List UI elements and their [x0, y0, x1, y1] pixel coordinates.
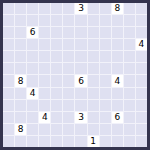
cell-r2c10[interactable] [124, 27, 135, 38]
cell-r1c1[interactable] [15, 15, 26, 26]
clue-cell-r0c9: 8 [112, 3, 123, 14]
cell-r0c3[interactable] [39, 3, 50, 14]
cell-r10c3[interactable] [39, 124, 50, 135]
cell-r11c4[interactable] [51, 136, 62, 147]
cell-r10c5[interactable] [63, 124, 74, 135]
puzzle-grid: 3864864443681 [3, 3, 147, 147]
cell-r7c10[interactable] [124, 88, 135, 99]
cell-r0c11[interactable] [136, 3, 147, 14]
cell-r9c2[interactable] [27, 112, 38, 123]
cell-r9c7[interactable] [88, 112, 99, 123]
clue-cell-r9c9: 6 [112, 112, 123, 123]
cell-r0c2[interactable] [27, 3, 38, 14]
cell-r1c8[interactable] [100, 15, 111, 26]
cell-r5c7[interactable] [88, 63, 99, 74]
cell-r3c0[interactable] [3, 39, 14, 50]
cell-r5c1[interactable] [15, 63, 26, 74]
cell-r10c8[interactable] [100, 124, 111, 135]
cell-r1c3[interactable] [39, 15, 50, 26]
cell-r8c1[interactable] [15, 100, 26, 111]
cell-r5c10[interactable] [124, 63, 135, 74]
cell-r11c6[interactable] [75, 136, 86, 147]
cell-r10c7[interactable] [88, 124, 99, 135]
cell-r9c1[interactable] [15, 112, 26, 123]
cell-r11c8[interactable] [100, 136, 111, 147]
cell-r11c1[interactable] [15, 136, 26, 147]
cell-r1c9[interactable] [112, 15, 123, 26]
cell-r4c2[interactable] [27, 51, 38, 62]
cell-r11c11[interactable] [136, 136, 147, 147]
cell-r9c0[interactable] [3, 112, 14, 123]
cell-r9c8[interactable] [100, 112, 111, 123]
cell-r7c11[interactable] [136, 88, 147, 99]
cell-r5c6[interactable] [75, 63, 86, 74]
cell-r8c11[interactable] [136, 100, 147, 111]
clue-cell-r7c2: 4 [27, 88, 38, 99]
cell-r8c0[interactable] [3, 100, 14, 111]
cell-r1c4[interactable] [51, 15, 62, 26]
cell-r9c4[interactable] [51, 112, 62, 123]
cell-r11c9[interactable] [112, 136, 123, 147]
clue-cell-r6c1: 8 [15, 75, 26, 86]
cell-r4c10[interactable] [124, 51, 135, 62]
cell-r4c0[interactable] [3, 51, 14, 62]
cell-r1c10[interactable] [124, 15, 135, 26]
cell-r11c3[interactable] [39, 136, 50, 147]
cell-r3c3[interactable] [39, 39, 50, 50]
cell-r0c4[interactable] [51, 3, 62, 14]
cell-r5c11[interactable] [136, 63, 147, 74]
cell-r8c7[interactable] [88, 100, 99, 111]
clue-cell-r6c6: 6 [75, 75, 86, 86]
clue-cell-r6c9: 4 [112, 75, 123, 86]
cell-r2c5[interactable] [63, 27, 74, 38]
cell-r1c5[interactable] [63, 15, 74, 26]
cell-r11c10[interactable] [124, 136, 135, 147]
clue-cell-r3c11: 4 [136, 39, 147, 50]
cell-r7c9[interactable] [112, 88, 123, 99]
cell-r5c8[interactable] [100, 63, 111, 74]
cell-r0c8[interactable] [100, 3, 111, 14]
cell-r2c4[interactable] [51, 27, 62, 38]
cell-r3c1[interactable] [15, 39, 26, 50]
cell-r0c7[interactable] [88, 3, 99, 14]
cell-r3c10[interactable] [124, 39, 135, 50]
cell-r4c9[interactable] [112, 51, 123, 62]
cell-r9c5[interactable] [63, 112, 74, 123]
cell-r3c8[interactable] [100, 39, 111, 50]
cell-r6c0[interactable] [3, 75, 14, 86]
cell-r7c1[interactable] [15, 88, 26, 99]
cell-r11c5[interactable] [63, 136, 74, 147]
cell-r10c0[interactable] [3, 124, 14, 135]
cell-r6c8[interactable] [100, 75, 111, 86]
cell-r10c11[interactable] [136, 124, 147, 135]
cell-r0c5[interactable] [63, 3, 74, 14]
cell-r4c8[interactable] [100, 51, 111, 62]
cell-r1c2[interactable] [27, 15, 38, 26]
cell-r6c2[interactable] [27, 75, 38, 86]
cell-r7c7[interactable] [88, 88, 99, 99]
cell-r6c10[interactable] [124, 75, 135, 86]
cell-r4c3[interactable] [39, 51, 50, 62]
cell-r5c9[interactable] [112, 63, 123, 74]
cell-r2c0[interactable] [3, 27, 14, 38]
cell-r6c5[interactable] [63, 75, 74, 86]
cell-r2c7[interactable] [88, 27, 99, 38]
cell-r6c4[interactable] [51, 75, 62, 86]
cell-r1c7[interactable] [88, 15, 99, 26]
cell-r6c11[interactable] [136, 75, 147, 86]
cell-r5c2[interactable] [27, 63, 38, 74]
cell-r5c5[interactable] [63, 63, 74, 74]
cell-r7c4[interactable] [51, 88, 62, 99]
cell-r10c2[interactable] [27, 124, 38, 135]
cell-r2c1[interactable] [15, 27, 26, 38]
cell-r2c6[interactable] [75, 27, 86, 38]
cell-r5c0[interactable] [3, 63, 14, 74]
cell-r3c4[interactable] [51, 39, 62, 50]
cell-r9c11[interactable] [136, 112, 147, 123]
cell-r6c7[interactable] [88, 75, 99, 86]
cell-r4c5[interactable] [63, 51, 74, 62]
cell-r2c11[interactable] [136, 27, 147, 38]
cell-r2c8[interactable] [100, 27, 111, 38]
cell-r10c9[interactable] [112, 124, 123, 135]
clue-cell-r9c6: 3 [75, 112, 86, 123]
cell-r0c10[interactable] [124, 3, 135, 14]
clue-cell-r10c1: 8 [15, 124, 26, 135]
cell-r4c6[interactable] [75, 51, 86, 62]
cell-r8c6[interactable] [75, 100, 86, 111]
cell-r1c11[interactable] [136, 15, 147, 26]
cell-r7c0[interactable] [3, 88, 14, 99]
cell-r7c8[interactable] [100, 88, 111, 99]
cell-r1c6[interactable] [75, 15, 86, 26]
cell-r4c11[interactable] [136, 51, 147, 62]
cell-r8c4[interactable] [51, 100, 62, 111]
cell-r7c5[interactable] [63, 88, 74, 99]
cell-r8c9[interactable] [112, 100, 123, 111]
cell-r8c10[interactable] [124, 100, 135, 111]
cell-r4c1[interactable] [15, 51, 26, 62]
cell-r7c6[interactable] [75, 88, 86, 99]
puzzle-board: 3864864443681 [0, 0, 150, 150]
cell-r4c7[interactable] [88, 51, 99, 62]
cell-r3c7[interactable] [88, 39, 99, 50]
cell-r11c2[interactable] [27, 136, 38, 147]
cell-r8c3[interactable] [39, 100, 50, 111]
cell-r6c3[interactable] [39, 75, 50, 86]
clue-cell-r2c2: 6 [27, 27, 38, 38]
cell-r3c6[interactable] [75, 39, 86, 50]
cell-r0c1[interactable] [15, 3, 26, 14]
cell-r3c9[interactable] [112, 39, 123, 50]
cell-r3c5[interactable] [63, 39, 74, 50]
cell-r9c10[interactable] [124, 112, 135, 123]
cell-r4c4[interactable] [51, 51, 62, 62]
cell-r10c10[interactable] [124, 124, 135, 135]
cell-r10c4[interactable] [51, 124, 62, 135]
cell-r8c2[interactable] [27, 100, 38, 111]
cell-r2c9[interactable] [112, 27, 123, 38]
cell-r3c2[interactable] [27, 39, 38, 50]
cell-r8c5[interactable] [63, 100, 74, 111]
cell-r1c0[interactable] [3, 15, 14, 26]
clue-cell-r11c7: 1 [88, 136, 99, 147]
clue-cell-r9c3: 4 [39, 112, 50, 123]
cell-r11c0[interactable] [3, 136, 14, 147]
cell-r7c3[interactable] [39, 88, 50, 99]
cell-r10c6[interactable] [75, 124, 86, 135]
cell-r5c3[interactable] [39, 63, 50, 74]
cell-r0c0[interactable] [3, 3, 14, 14]
clue-cell-r0c6: 3 [75, 3, 86, 14]
cell-r2c3[interactable] [39, 27, 50, 38]
cell-r5c4[interactable] [51, 63, 62, 74]
cell-r8c8[interactable] [100, 100, 111, 111]
